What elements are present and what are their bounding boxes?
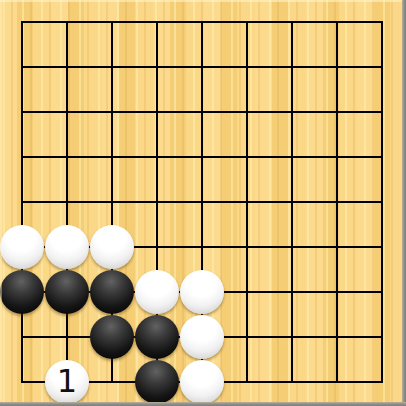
intersection-J9[interactable] bbox=[360, 0, 405, 45]
intersection-F6[interactable] bbox=[225, 135, 270, 180]
intersection-E9[interactable] bbox=[180, 0, 225, 45]
intersection-F8[interactable] bbox=[225, 45, 270, 90]
intersection-F4[interactable] bbox=[225, 225, 270, 270]
intersection-H6[interactable] bbox=[315, 135, 360, 180]
intersection-H9[interactable] bbox=[315, 0, 360, 45]
intersection-G1[interactable] bbox=[270, 360, 315, 405]
intersection-J8[interactable] bbox=[360, 45, 405, 90]
go-board: 1 bbox=[0, 0, 406, 406]
intersection-B2[interactable] bbox=[45, 315, 90, 360]
intersection-E1[interactable] bbox=[180, 360, 225, 405]
intersection-D4[interactable] bbox=[135, 225, 180, 270]
white-stone bbox=[135, 270, 179, 314]
board-edge-bottom bbox=[0, 402, 406, 406]
intersection-G2[interactable] bbox=[270, 315, 315, 360]
intersection-C4[interactable] bbox=[90, 225, 135, 270]
intersection-E3[interactable] bbox=[180, 270, 225, 315]
intersection-E8[interactable] bbox=[180, 45, 225, 90]
white-stone bbox=[90, 225, 134, 269]
intersection-C7[interactable] bbox=[90, 90, 135, 135]
intersection-D9[interactable] bbox=[135, 0, 180, 45]
intersection-G9[interactable] bbox=[270, 0, 315, 45]
intersection-F9[interactable] bbox=[225, 0, 270, 45]
intersection-A2[interactable] bbox=[0, 315, 45, 360]
intersection-C8[interactable] bbox=[90, 45, 135, 90]
intersection-F1[interactable] bbox=[225, 360, 270, 405]
intersection-B5[interactable] bbox=[45, 180, 90, 225]
move-number-label: 1 bbox=[57, 365, 77, 397]
intersection-A7[interactable] bbox=[0, 90, 45, 135]
intersection-G3[interactable] bbox=[270, 270, 315, 315]
black-stone bbox=[45, 270, 89, 314]
intersection-F3[interactable] bbox=[225, 270, 270, 315]
intersection-G7[interactable] bbox=[270, 90, 315, 135]
intersection-E5[interactable] bbox=[180, 180, 225, 225]
intersection-J7[interactable] bbox=[360, 90, 405, 135]
intersection-A3[interactable] bbox=[0, 270, 45, 315]
intersection-C2[interactable] bbox=[90, 315, 135, 360]
intersection-B7[interactable] bbox=[45, 90, 90, 135]
intersection-J4[interactable] bbox=[360, 225, 405, 270]
intersection-D6[interactable] bbox=[135, 135, 180, 180]
intersection-A9[interactable] bbox=[0, 0, 45, 45]
intersection-J3[interactable] bbox=[360, 270, 405, 315]
intersection-F2[interactable] bbox=[225, 315, 270, 360]
intersection-D2[interactable] bbox=[135, 315, 180, 360]
intersection-B1[interactable]: 1 bbox=[45, 360, 90, 405]
black-stone bbox=[90, 315, 134, 359]
intersection-D5[interactable] bbox=[135, 180, 180, 225]
intersection-F7[interactable] bbox=[225, 90, 270, 135]
black-stone bbox=[0, 270, 44, 314]
intersection-C1[interactable] bbox=[90, 360, 135, 405]
intersection-D7[interactable] bbox=[135, 90, 180, 135]
intersection-C5[interactable] bbox=[90, 180, 135, 225]
intersection-F5[interactable] bbox=[225, 180, 270, 225]
intersection-A1[interactable] bbox=[0, 360, 45, 405]
intersection-C6[interactable] bbox=[90, 135, 135, 180]
intersection-J1[interactable] bbox=[360, 360, 405, 405]
intersection-H4[interactable] bbox=[315, 225, 360, 270]
white-stone bbox=[180, 360, 224, 404]
intersection-G6[interactable] bbox=[270, 135, 315, 180]
white-stone bbox=[180, 270, 224, 314]
intersection-B9[interactable] bbox=[45, 0, 90, 45]
intersection-H8[interactable] bbox=[315, 45, 360, 90]
intersection-G8[interactable] bbox=[270, 45, 315, 90]
white-stone bbox=[180, 315, 224, 359]
intersection-grid: 1 bbox=[0, 0, 405, 405]
intersection-E4[interactable] bbox=[180, 225, 225, 270]
intersection-D1[interactable] bbox=[135, 360, 180, 405]
intersection-H1[interactable] bbox=[315, 360, 360, 405]
board-edge-left bbox=[0, 0, 2, 406]
intersection-B4[interactable] bbox=[45, 225, 90, 270]
intersection-B8[interactable] bbox=[45, 45, 90, 90]
intersection-E2[interactable] bbox=[180, 315, 225, 360]
intersection-B6[interactable] bbox=[45, 135, 90, 180]
intersection-D3[interactable] bbox=[135, 270, 180, 315]
black-stone bbox=[135, 315, 179, 359]
intersection-A5[interactable] bbox=[0, 180, 45, 225]
black-stone bbox=[90, 270, 134, 314]
intersection-G5[interactable] bbox=[270, 180, 315, 225]
intersection-J2[interactable] bbox=[360, 315, 405, 360]
intersection-G4[interactable] bbox=[270, 225, 315, 270]
intersection-H7[interactable] bbox=[315, 90, 360, 135]
board-edge-top bbox=[0, 0, 406, 2]
intersection-H3[interactable] bbox=[315, 270, 360, 315]
intersection-A6[interactable] bbox=[0, 135, 45, 180]
intersection-E6[interactable] bbox=[180, 135, 225, 180]
intersection-D8[interactable] bbox=[135, 45, 180, 90]
intersection-A4[interactable] bbox=[0, 225, 45, 270]
board-edge-right bbox=[402, 0, 406, 406]
intersection-J6[interactable] bbox=[360, 135, 405, 180]
intersection-H2[interactable] bbox=[315, 315, 360, 360]
intersection-C9[interactable] bbox=[90, 0, 135, 45]
black-stone bbox=[135, 360, 179, 404]
intersection-A8[interactable] bbox=[0, 45, 45, 90]
intersection-B3[interactable] bbox=[45, 270, 90, 315]
intersection-H5[interactable] bbox=[315, 180, 360, 225]
intersection-E7[interactable] bbox=[180, 90, 225, 135]
marked-white-stone: 1 bbox=[45, 360, 89, 404]
intersection-C3[interactable] bbox=[90, 270, 135, 315]
white-stone bbox=[0, 225, 44, 269]
intersection-J5[interactable] bbox=[360, 180, 405, 225]
white-stone bbox=[45, 225, 89, 269]
